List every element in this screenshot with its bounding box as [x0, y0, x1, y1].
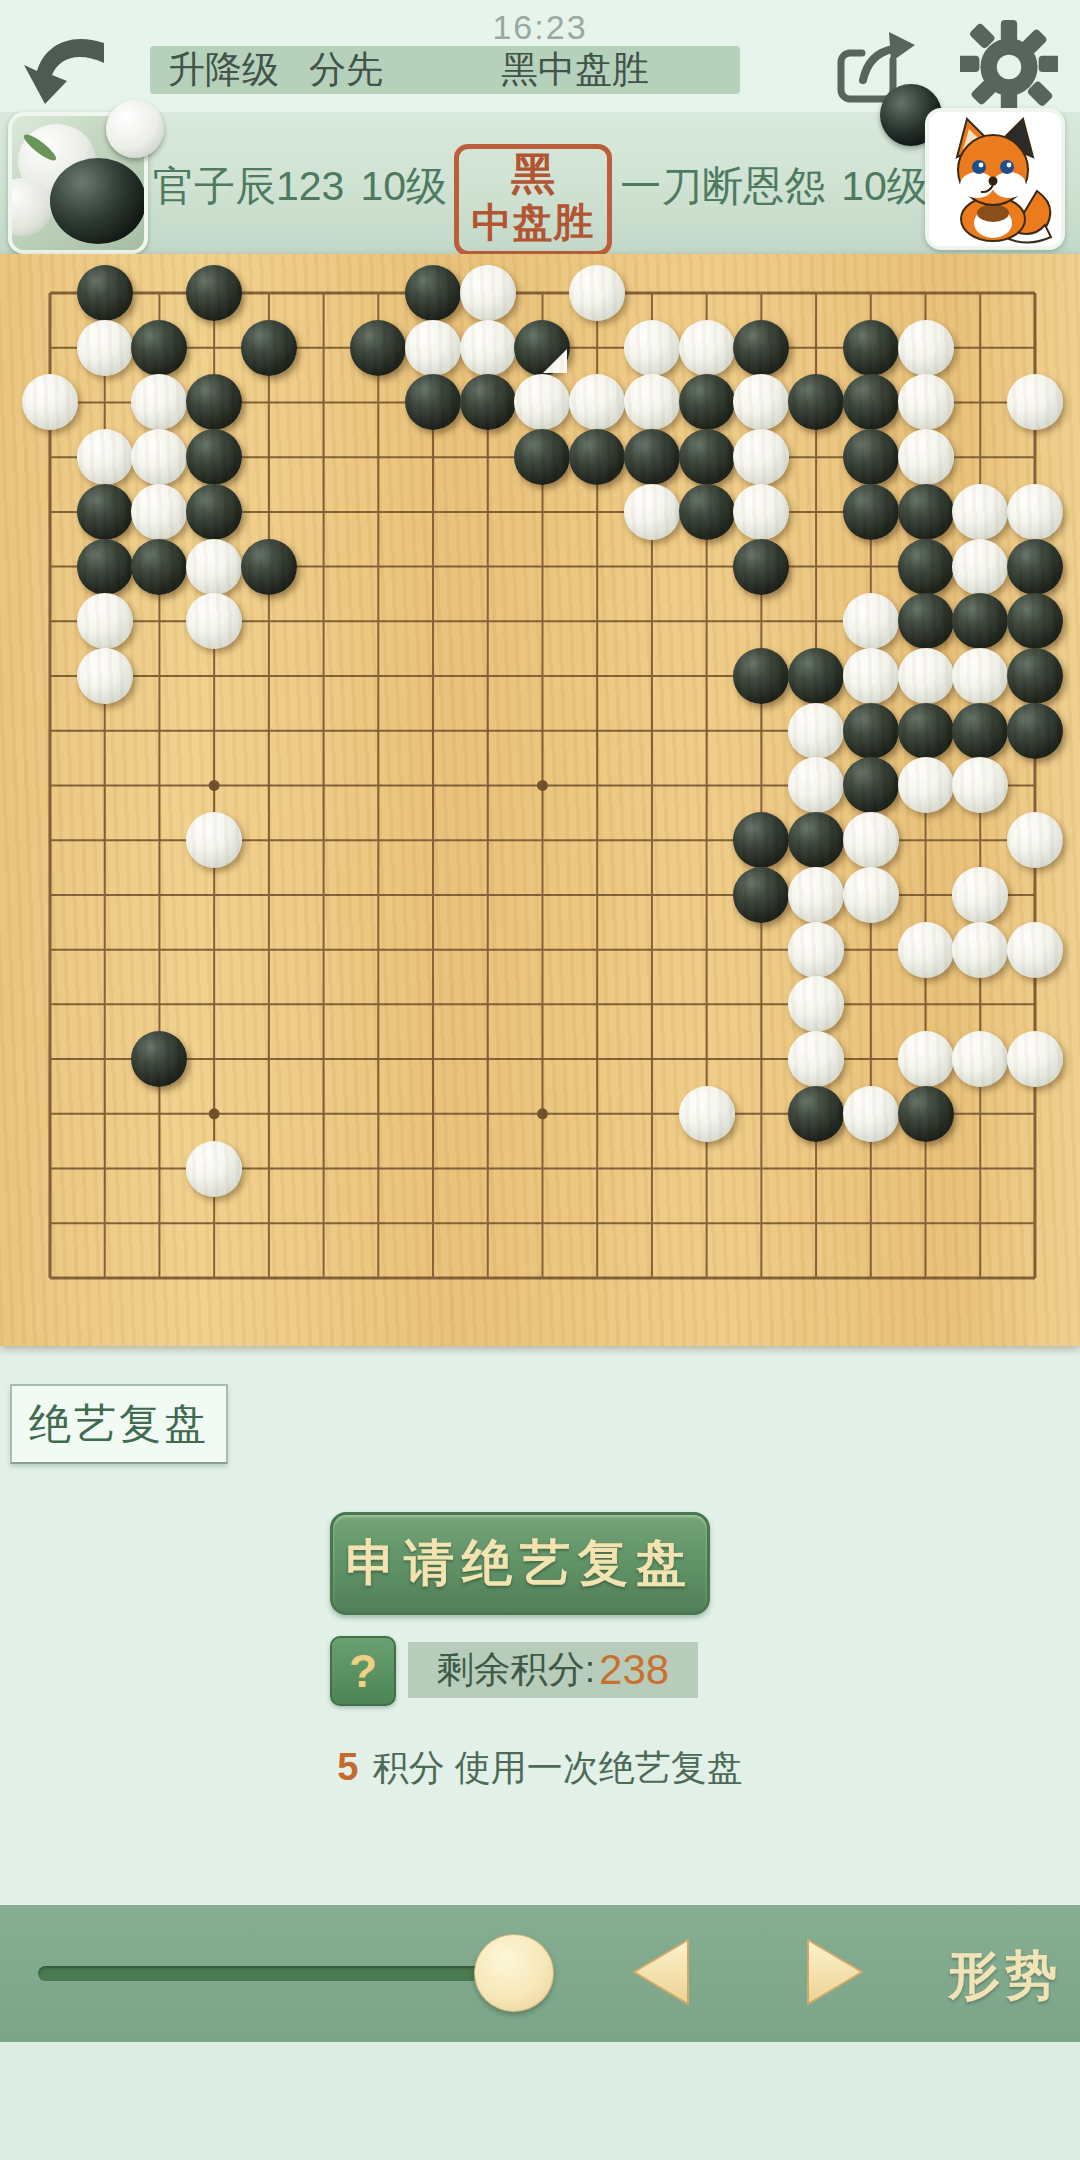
black-stone: [843, 703, 899, 759]
black-stone: [788, 648, 844, 704]
black-stone: [1007, 593, 1063, 649]
white-stone: [186, 812, 242, 868]
move-slider-track[interactable]: [38, 1966, 513, 1981]
black-stone: [788, 374, 844, 430]
black-stone: [186, 265, 242, 321]
white-stone: [952, 1031, 1008, 1087]
right-player-avatar[interactable]: [925, 108, 1065, 250]
go-board[interactable]: [0, 254, 1080, 1346]
back-arrow-icon: [18, 96, 110, 113]
black-stone: [405, 374, 461, 430]
settings-button[interactable]: [960, 20, 1058, 114]
white-stone: [131, 374, 187, 430]
black-stone: [843, 320, 899, 376]
left-player-rank: 10级: [360, 159, 447, 214]
black-stone: [679, 484, 735, 540]
white-stone: [77, 320, 133, 376]
black-stone: [1007, 539, 1063, 595]
black-stone: [131, 1031, 187, 1087]
white-stone: [843, 648, 899, 704]
white-stone: [22, 374, 78, 430]
game-info-band: 升降级 分先 黑中盘胜: [150, 46, 740, 94]
white-stone: [77, 429, 133, 485]
question-mark-icon: ?: [349, 1644, 377, 1698]
black-stone: [514, 429, 570, 485]
black-stone: [733, 648, 789, 704]
move-slider-handle[interactable]: [474, 1934, 554, 2012]
points-label: 剩余积分:: [437, 1645, 595, 1695]
white-stone: [514, 374, 570, 430]
black-stone: [843, 757, 899, 813]
black-stone: [788, 1086, 844, 1142]
prev-triangle-icon: [624, 1996, 700, 2013]
black-stone: [898, 593, 954, 649]
white-stone: [77, 648, 133, 704]
apply-ai-review-label: 申请绝艺复盘: [346, 1530, 694, 1597]
black-stone: [514, 320, 570, 376]
black-stone: [898, 484, 954, 540]
tab-ai-review[interactable]: 绝艺复盘: [10, 1384, 228, 1464]
black-stone: [1007, 648, 1063, 704]
black-stone: [679, 374, 735, 430]
black-stone: [733, 320, 789, 376]
last-move-marker: [543, 349, 567, 373]
right-player-name: 一刀断恩怨 10级: [608, 160, 940, 212]
cost-number: 5: [337, 1746, 358, 1788]
left-player-name: 官子辰123 10级: [150, 160, 450, 212]
result-label: 黑中盘胜: [501, 45, 649, 95]
result-stamp-line2: 中盘胜: [459, 199, 607, 245]
black-stone: [77, 484, 133, 540]
white-stone: [843, 867, 899, 923]
white-stone-badge: [106, 100, 164, 158]
black-stone: [733, 812, 789, 868]
stones-layer: [0, 254, 1080, 1346]
white-stone: [679, 1086, 735, 1142]
white-stone: [788, 703, 844, 759]
white-stone: [624, 374, 680, 430]
black-stone: [460, 374, 516, 430]
white-stone: [131, 484, 187, 540]
black-stone: [898, 703, 954, 759]
black-stone: [405, 265, 461, 321]
white-stone: [1007, 922, 1063, 978]
black-stone: [350, 320, 406, 376]
white-stone: [131, 429, 187, 485]
black-stone: [186, 429, 242, 485]
white-stone: [186, 593, 242, 649]
white-stone: [952, 539, 1008, 595]
black-stone: [131, 539, 187, 595]
next-move-button[interactable]: [796, 1934, 872, 2010]
white-stone: [898, 320, 954, 376]
white-stone: [788, 757, 844, 813]
white-stone: [186, 539, 242, 595]
white-stone: [624, 484, 680, 540]
points-remaining-bar: 剩余积分: 238: [408, 1642, 698, 1698]
black-stone: [898, 1086, 954, 1142]
black-stone: [1007, 703, 1063, 759]
black-stone: [952, 703, 1008, 759]
prev-move-button[interactable]: [624, 1934, 700, 2010]
app-screen: 16:23 升降级 分先 黑中盘胜: [0, 0, 1080, 2160]
back-button[interactable]: [18, 20, 110, 110]
white-stone: [788, 867, 844, 923]
points-value: 238: [599, 1646, 669, 1694]
white-stone: [1007, 484, 1063, 540]
white-stone: [843, 1086, 899, 1142]
white-stone: [898, 757, 954, 813]
situation-analysis-button[interactable]: 形势: [935, 1941, 1075, 2011]
black-stone: [952, 593, 1008, 649]
black-stone: [624, 429, 680, 485]
bottom-area: [0, 2042, 1080, 2160]
black-stone: [898, 539, 954, 595]
black-stone: [77, 539, 133, 595]
white-stone: [952, 922, 1008, 978]
white-stone: [898, 374, 954, 430]
white-stone: [952, 757, 1008, 813]
apply-ai-review-button[interactable]: 申请绝艺复盘: [330, 1512, 710, 1615]
black-stone: [843, 429, 899, 485]
white-stone: [952, 867, 1008, 923]
black-stone: [679, 429, 735, 485]
black-stone: [788, 812, 844, 868]
white-stone: [843, 593, 899, 649]
white-stone: [1007, 1031, 1063, 1087]
white-stone: [952, 484, 1008, 540]
white-stone: [898, 429, 954, 485]
white-stone: [460, 320, 516, 376]
white-stone: [733, 429, 789, 485]
white-stone: [679, 320, 735, 376]
black-stone: [186, 484, 242, 540]
white-stone: [1007, 812, 1063, 868]
fox-avatar-icon: [929, 232, 1061, 249]
black-stone: [733, 539, 789, 595]
white-stone: [733, 484, 789, 540]
white-stone: [788, 1031, 844, 1087]
white-stone: [898, 1031, 954, 1087]
white-stone: [898, 922, 954, 978]
white-stone: [569, 265, 625, 321]
next-triangle-icon: [796, 1996, 872, 2013]
game-type-label: 分先: [309, 45, 383, 95]
tab-ai-review-label: 绝艺复盘: [29, 1396, 209, 1452]
black-stone: [186, 374, 242, 430]
white-stone: [733, 374, 789, 430]
result-stamp-line1: 黑: [459, 149, 607, 199]
help-button[interactable]: ?: [330, 1636, 396, 1706]
player-bar: 官子辰123 10级 黑 中盘胜 一刀断恩怨 10级: [0, 112, 1080, 256]
white-stone: [788, 922, 844, 978]
black-stone: [77, 265, 133, 321]
black-stone: [241, 539, 297, 595]
white-stone: [77, 593, 133, 649]
white-stone: [788, 976, 844, 1032]
white-stone: [405, 320, 461, 376]
black-stone: [569, 429, 625, 485]
result-stamp: 黑 中盘胜: [454, 144, 612, 256]
black-stone: [241, 320, 297, 376]
board-grid: [0, 254, 1080, 1346]
black-stone: [843, 374, 899, 430]
rule-label: 升降级: [168, 45, 279, 95]
right-player-nickname: 一刀断恩怨: [620, 159, 825, 214]
white-stone: [952, 648, 1008, 704]
white-stone: [843, 812, 899, 868]
cost-note: 5 积分 使用一次绝艺复盘: [0, 1744, 1080, 1793]
white-stone: [624, 320, 680, 376]
left-player-nickname: 官子辰123: [153, 159, 344, 214]
white-stone: [460, 265, 516, 321]
avatar-black-stone: [50, 158, 146, 244]
black-stone: [733, 867, 789, 923]
right-player-rank: 10级: [841, 159, 928, 214]
white-stone: [1007, 374, 1063, 430]
white-stone: [569, 374, 625, 430]
white-stone: [186, 1141, 242, 1197]
white-stone: [898, 648, 954, 704]
black-stone: [131, 320, 187, 376]
cost-text: 积分 使用一次绝艺复盘: [373, 1747, 743, 1788]
control-bar: 形势: [0, 1905, 1080, 2042]
black-stone: [843, 484, 899, 540]
